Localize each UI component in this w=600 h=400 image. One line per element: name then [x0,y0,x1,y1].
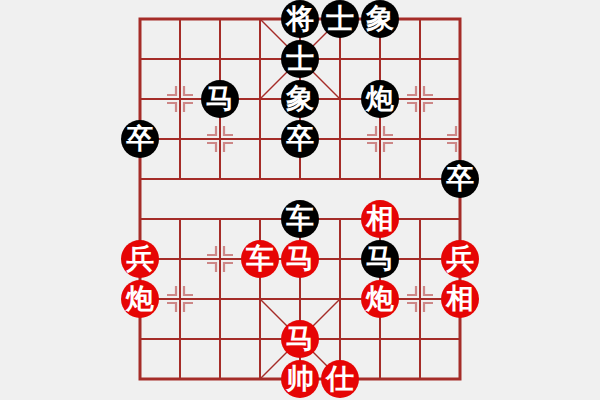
piece-red-chariot[interactable]: 车 [241,240,279,278]
piece-black-elephant[interactable]: 象 [281,80,319,118]
piece-red-cannon[interactable]: 炮 [121,280,159,318]
piece-black-horse[interactable]: 马 [201,80,239,118]
piece-black-chariot[interactable]: 车 [281,200,319,238]
pieces-layer: 将士象士马象炮卒卒卒车马相兵车马兵炮炮相马帅仕 [120,0,480,399]
piece-black-advisor[interactable]: 士 [281,40,319,78]
piece-red-soldier[interactable]: 兵 [121,240,159,278]
piece-black-soldier[interactable]: 卒 [441,160,479,198]
piece-red-cannon[interactable]: 炮 [361,280,399,318]
piece-red-horse[interactable]: 马 [281,240,319,278]
piece-black-soldier[interactable]: 卒 [281,120,319,158]
xiangqi-screen: 将士象士马象炮卒卒卒车马相兵车马兵炮炮相马帅仕 [0,0,600,400]
piece-black-soldier[interactable]: 卒 [121,120,159,158]
piece-black-horse[interactable]: 马 [361,240,399,278]
piece-red-horse[interactable]: 马 [281,320,319,358]
piece-red-elephant[interactable]: 相 [361,200,399,238]
piece-black-advisor[interactable]: 士 [321,0,359,38]
piece-red-elephant[interactable]: 相 [441,280,479,318]
piece-black-cannon[interactable]: 炮 [361,80,399,118]
piece-black-elephant[interactable]: 象 [361,0,399,38]
piece-black-general[interactable]: 将 [281,0,319,38]
piece-red-soldier[interactable]: 兵 [441,240,479,278]
piece-red-general[interactable]: 帅 [281,360,319,398]
piece-red-advisor[interactable]: 仕 [321,360,359,398]
